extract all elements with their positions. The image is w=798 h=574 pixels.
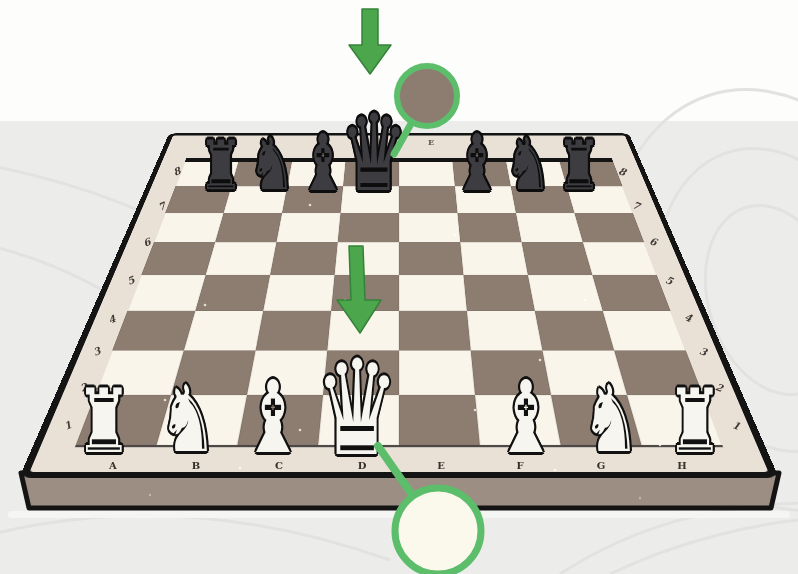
magnifier-icon [394,66,457,154]
down-arrow-icon [337,246,381,333]
chess-setup-illustration: E ABCDEFGH8765432187654321 ♜♞♝♛♝♞♜♜♞♝♛♝♞… [0,0,798,574]
annotations-layer [0,0,798,574]
magnifier-icon [378,446,481,574]
down-arrow-icon [349,9,391,74]
